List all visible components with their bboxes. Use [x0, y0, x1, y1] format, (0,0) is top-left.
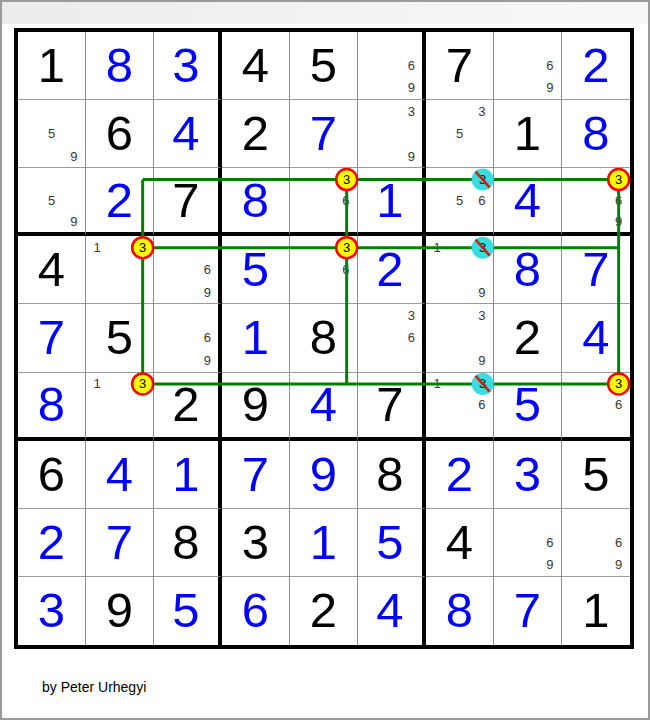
cell-r4c7[interactable]: 19: [426, 236, 494, 304]
solved-digit: 8: [222, 168, 289, 232]
candidate-digit: 5: [448, 122, 470, 144]
given-digit: 9: [222, 373, 289, 437]
cell-r8c8[interactable]: 69: [494, 509, 562, 577]
cell-r8c7[interactable]: 4: [426, 509, 494, 577]
cell-r4c9[interactable]: 7: [562, 236, 630, 304]
cell-r6c5[interactable]: 4: [290, 373, 358, 441]
cell-r9c2[interactable]: 9: [86, 577, 154, 645]
candidate-digit: 9: [607, 211, 630, 232]
cell-r9c9[interactable]: 1: [562, 577, 630, 645]
cell-r7c9[interactable]: 5: [562, 441, 630, 509]
candidate-digit: 3: [471, 100, 493, 122]
cell-r6c1[interactable]: 8: [18, 373, 86, 441]
given-digit: 6: [86, 100, 153, 167]
cell-r2c9[interactable]: 8: [562, 100, 630, 168]
cell-r4c1[interactable]: 4: [18, 236, 86, 304]
candidate-digit: 6: [539, 531, 561, 553]
cell-r5c6[interactable]: 36: [358, 304, 426, 372]
candidate-digit: 9: [197, 281, 218, 303]
cell-r7c2[interactable]: 4: [86, 441, 154, 509]
candidate-digit: 1: [86, 236, 108, 258]
given-digit: 3: [222, 509, 289, 576]
cell-r1c6[interactable]: 69: [358, 32, 426, 100]
given-digit: 4: [426, 509, 493, 576]
candidate-digit: 9: [607, 554, 630, 576]
cell-r5c2[interactable]: 5: [86, 304, 154, 372]
cell-r6c3[interactable]: 2: [154, 373, 222, 441]
cell-r7c1[interactable]: 6: [18, 441, 86, 509]
cell-r1c9[interactable]: 2: [562, 32, 630, 100]
cell-r3c9[interactable]: 69: [562, 168, 630, 236]
given-digit: 2: [290, 577, 357, 645]
cell-r8c6[interactable]: 5: [358, 509, 426, 577]
solved-digit: 9: [290, 441, 357, 508]
cell-r2c4[interactable]: 2: [222, 100, 290, 168]
candidate-digit: 1: [86, 373, 108, 394]
candidate-digit: 6: [197, 327, 218, 349]
cell-r3c7[interactable]: 56: [426, 168, 494, 236]
cell-r7c3[interactable]: 1: [154, 441, 222, 509]
solved-digit: 7: [86, 509, 153, 576]
solved-digit: 4: [86, 441, 153, 508]
cell-r4c2[interactable]: 1: [86, 236, 154, 304]
given-digit: 7: [154, 168, 218, 232]
given-digit: 4: [18, 236, 85, 303]
solved-digit: 5: [154, 577, 218, 645]
cell-r3c3[interactable]: 7: [154, 168, 222, 236]
candidate-digit: 6: [539, 54, 561, 76]
cell-r7c4[interactable]: 7: [222, 441, 290, 509]
given-digit: 8: [154, 509, 218, 576]
given-digit: 8: [358, 441, 422, 508]
candidate-digit: 6: [401, 327, 422, 349]
candidate-digit: 6: [471, 190, 493, 211]
solved-digit: 8: [86, 32, 153, 99]
cell-r9c4[interactable]: 6: [222, 577, 290, 645]
solved-digit: 5: [494, 373, 561, 437]
cell-r2c8[interactable]: 1: [494, 100, 562, 168]
candidate-digit: 9: [539, 77, 561, 99]
given-digit: 9: [86, 577, 153, 645]
solved-digit: 3: [494, 441, 561, 508]
candidate-digit: 6: [197, 259, 218, 281]
solved-digit: 2: [562, 32, 630, 99]
solved-digit: 1: [222, 304, 289, 371]
cell-r5c8[interactable]: 2: [494, 304, 562, 372]
cell-r8c4[interactable]: 3: [222, 509, 290, 577]
cell-r8c5[interactable]: 1: [290, 509, 358, 577]
candidate-digit: 9: [471, 349, 493, 371]
candidate-digit: 6: [335, 190, 357, 211]
solved-digit: 8: [18, 373, 85, 437]
author-credit: by Peter Urhegyi: [42, 679, 146, 695]
solved-digit: 2: [426, 441, 493, 508]
cell-r8c2[interactable]: 7: [86, 509, 154, 577]
given-digit: 8: [290, 304, 357, 371]
cell-r8c3[interactable]: 8: [154, 509, 222, 577]
given-digit: 6: [18, 441, 85, 508]
cell-r3c5[interactable]: 6: [290, 168, 358, 236]
solved-digit: 6: [222, 577, 289, 645]
solved-digit: 2: [358, 236, 422, 303]
solved-digit: 5: [358, 509, 422, 576]
solved-digit: 7: [494, 577, 561, 645]
cell-r8c1[interactable]: 2: [18, 509, 86, 577]
candidate-digit: 9: [63, 211, 85, 232]
solved-digit: 7: [290, 100, 357, 167]
candidate-digit: 3: [471, 304, 493, 326]
cell-r6c4[interactable]: 9: [222, 373, 290, 441]
cell-r9c7[interactable]: 8: [426, 577, 494, 645]
cell-r1c4[interactable]: 4: [222, 32, 290, 100]
candidate-digit: 9: [401, 77, 422, 99]
cell-r5c9[interactable]: 4: [562, 304, 630, 372]
cell-r8c9[interactable]: 69: [562, 509, 630, 577]
solved-digit: 3: [18, 577, 85, 645]
solved-digit: 2: [18, 509, 85, 576]
cell-r5c3[interactable]: 69: [154, 304, 222, 372]
solved-digit: 5: [222, 236, 289, 303]
cell-r1c7[interactable]: 7: [426, 32, 494, 100]
candidate-digit: 6: [607, 531, 630, 553]
solved-digit: 4: [154, 100, 218, 167]
cell-r1c3[interactable]: 3: [154, 32, 222, 100]
cell-r6c6[interactable]: 7: [358, 373, 426, 441]
given-digit: 1: [18, 32, 85, 99]
candidate-digit: 5: [40, 122, 62, 144]
solved-digit: 3: [154, 32, 218, 99]
cell-r3c8[interactable]: 4: [494, 168, 562, 236]
cell-r2c2[interactable]: 6: [86, 100, 154, 168]
solved-digit: 4: [562, 304, 630, 371]
sudoku-board: 1834569769259642739351859278615646941695…: [14, 28, 634, 649]
cell-r4c3[interactable]: 69: [154, 236, 222, 304]
cell-r2c7[interactable]: 35: [426, 100, 494, 168]
given-digit: 2: [494, 304, 561, 371]
cell-r9c1[interactable]: 3: [18, 577, 86, 645]
top-toolbar-strip: [2, 2, 648, 24]
candidate-digit: 9: [197, 349, 218, 371]
candidate-digit: 9: [63, 145, 85, 167]
candidate-digit: 6: [607, 394, 630, 415]
cell-r6c9[interactable]: 6: [562, 373, 630, 441]
sudoku-app-window: 1834569769259642739351859278615646941695…: [0, 0, 650, 720]
solved-digit: 7: [18, 304, 85, 371]
cell-r4c4[interactable]: 5: [222, 236, 290, 304]
candidate-digit: 1: [426, 236, 448, 258]
solved-digit: 4: [494, 168, 561, 232]
given-digit: 2: [222, 100, 289, 167]
candidate-digit: 3: [401, 100, 422, 122]
candidate-digit: 9: [471, 281, 493, 303]
cell-r1c2[interactable]: 8: [86, 32, 154, 100]
cell-r4c6[interactable]: 2: [358, 236, 426, 304]
cell-r1c1[interactable]: 1: [18, 32, 86, 100]
cell-r4c8[interactable]: 8: [494, 236, 562, 304]
cell-r9c3[interactable]: 5: [154, 577, 222, 645]
candidate-digit: 6: [401, 54, 422, 76]
cell-r5c4[interactable]: 1: [222, 304, 290, 372]
candidate-digit: 6: [471, 394, 493, 415]
cell-r7c6[interactable]: 8: [358, 441, 426, 509]
cell-r2c1[interactable]: 59: [18, 100, 86, 168]
solved-digit: 8: [494, 236, 561, 303]
solved-digit: 7: [222, 441, 289, 508]
cell-r2c3[interactable]: 4: [154, 100, 222, 168]
cell-r9c8[interactable]: 7: [494, 577, 562, 645]
solved-digit: 4: [290, 373, 357, 437]
solved-digit: 8: [426, 577, 493, 645]
given-digit: 5: [290, 32, 357, 99]
solved-digit: 2: [86, 168, 153, 232]
candidate-digit: 9: [539, 554, 561, 576]
cell-r6c2[interactable]: 1: [86, 373, 154, 441]
cell-r4c5[interactable]: 6: [290, 236, 358, 304]
cell-r7c5[interactable]: 9: [290, 441, 358, 509]
candidate-digit: 1: [426, 373, 448, 394]
cell-r3c4[interactable]: 8: [222, 168, 290, 236]
candidate-digit: 5: [448, 190, 470, 211]
solved-digit: 4: [358, 577, 422, 645]
cell-r5c5[interactable]: 8: [290, 304, 358, 372]
given-digit: 4: [222, 32, 289, 99]
cell-r3c2[interactable]: 2: [86, 168, 154, 236]
candidate-digit: 6: [335, 259, 357, 281]
cell-r1c5[interactable]: 5: [290, 32, 358, 100]
given-digit: 2: [154, 373, 218, 437]
cell-r9c6[interactable]: 4: [358, 577, 426, 645]
cell-r6c7[interactable]: 16: [426, 373, 494, 441]
cell-r3c6[interactable]: 1: [358, 168, 426, 236]
candidate-digit: 6: [607, 190, 630, 211]
candidate-digit: 3: [401, 304, 422, 326]
cell-r2c5[interactable]: 7: [290, 100, 358, 168]
cell-r3c1[interactable]: 59: [18, 168, 86, 236]
cell-r1c8[interactable]: 69: [494, 32, 562, 100]
candidate-digit: 5: [40, 190, 62, 211]
cell-r5c1[interactable]: 7: [18, 304, 86, 372]
cell-r7c7[interactable]: 2: [426, 441, 494, 509]
cell-r7c8[interactable]: 3: [494, 441, 562, 509]
solved-digit: 7: [562, 236, 630, 303]
given-digit: 1: [562, 577, 630, 645]
given-digit: 5: [86, 304, 153, 371]
cell-r9c5[interactable]: 2: [290, 577, 358, 645]
solved-digit: 1: [154, 441, 218, 508]
solved-digit: 8: [562, 100, 630, 167]
given-digit: 7: [426, 32, 493, 99]
solved-digit: 1: [358, 168, 422, 232]
cell-r5c7[interactable]: 39: [426, 304, 494, 372]
cell-r6c8[interactable]: 5: [494, 373, 562, 441]
given-digit: 1: [494, 100, 561, 167]
given-digit: 5: [562, 441, 630, 508]
solved-digit: 1: [290, 509, 357, 576]
given-digit: 7: [358, 373, 422, 437]
cell-r2c6[interactable]: 39: [358, 100, 426, 168]
candidate-digit: 9: [401, 145, 422, 167]
